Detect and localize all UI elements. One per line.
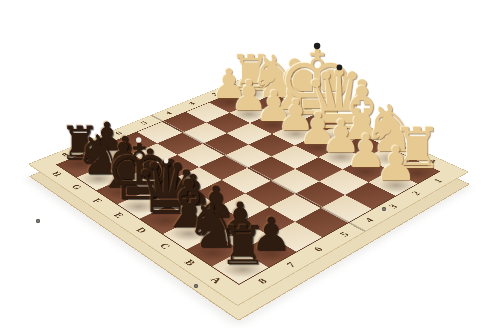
chess-photo-stage: AA88BB77CC66DD55EE44FF33GG22HH11 ♜♞♝♛♚♝♞… [0,0,500,328]
hinge-screw [382,207,386,211]
clasp-screw [36,219,40,223]
clasp-screw [194,284,198,288]
white-finial-dot [136,137,141,142]
pieces-layer: ♜♞♝♛♚♝♞♜♟♟♟♟♟♟♟♟♟♟♟♟♟♟♟♟♜♞♝♛♚♝♞♜ [0,0,500,328]
black-finial-dot [336,65,342,71]
white-finial-dot [163,158,168,163]
black-finial-dot [314,43,320,49]
piece-white-pawn-a2[interactable]: ♟ [375,142,417,187]
piece-black-rook-a8[interactable]: ♜ [219,220,267,271]
